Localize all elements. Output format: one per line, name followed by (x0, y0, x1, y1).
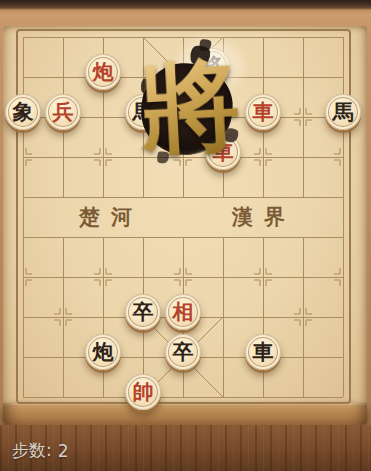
river-label-right: 漢界 (232, 205, 296, 229)
piece-character: 卒 (173, 341, 194, 362)
piece-character: 馬 (333, 101, 354, 122)
piece-character: 帥 (133, 381, 154, 402)
piece-character: 卒 (133, 301, 154, 322)
steps-label: 步数: (12, 439, 52, 462)
piece-character: 兵 (53, 101, 74, 122)
piece-red-相-c5r8[interactable]: 相 (165, 294, 201, 330)
xiangqi-app: 楚河 漢界 炮将象兵馬象車馬車卒相炮卒車帥 將 步数:2 (0, 0, 371, 471)
piece-character: 炮 (93, 61, 114, 82)
river-label-left: 楚河 (79, 205, 143, 229)
piece-red-炮-c3r2[interactable]: 炮 (85, 54, 121, 90)
piece-red-兵-c2r3[interactable]: 兵 (45, 94, 81, 130)
status-bar: 步数:2 (12, 439, 69, 462)
piece-character: 車 (253, 341, 274, 362)
piece-black-卒-c4r8[interactable]: 卒 (125, 294, 161, 330)
steps-value: 2 (58, 441, 69, 461)
piece-black-馬-c9r3[interactable]: 馬 (325, 94, 361, 130)
piece-black-車-c7r9[interactable]: 車 (245, 334, 281, 370)
piece-character: 炮 (93, 341, 114, 362)
check-stamp-text: 將 (122, 40, 259, 177)
piece-character: 象 (13, 101, 34, 122)
piece-black-卒-c5r9[interactable]: 卒 (165, 334, 201, 370)
piece-red-帥-c4r10[interactable]: 帥 (125, 374, 161, 410)
piece-black-象-c1r3[interactable]: 象 (5, 94, 41, 130)
piece-character: 相 (173, 301, 194, 322)
piece-black-炮-c3r9[interactable]: 炮 (85, 334, 121, 370)
